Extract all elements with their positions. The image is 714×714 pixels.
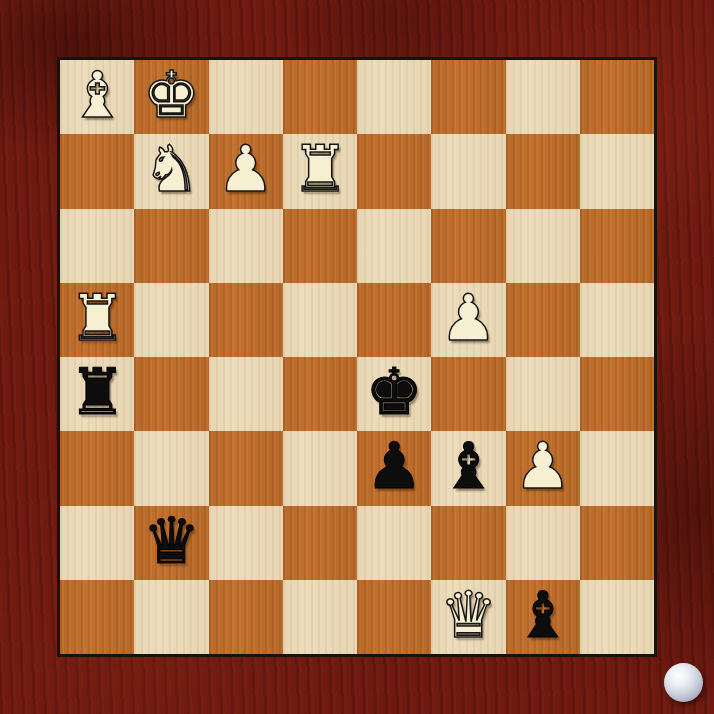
square-b8[interactable]: ♚	[134, 60, 208, 134]
white-bishop[interactable]: ♝	[68, 63, 125, 127]
square-a7[interactable]	[60, 134, 134, 208]
square-d1[interactable]	[283, 580, 357, 654]
black-rook[interactable]: ♜	[68, 360, 125, 424]
board-frame: ♝♚♞♟♜♜♟♜♚♟♝♟♛♛♝	[0, 0, 714, 714]
square-h8[interactable]	[580, 60, 654, 134]
square-e7[interactable]	[357, 134, 431, 208]
square-d5[interactable]	[283, 283, 357, 357]
square-e2[interactable]	[357, 506, 431, 580]
square-f8[interactable]	[431, 60, 505, 134]
square-b4[interactable]	[134, 357, 208, 431]
square-d7[interactable]: ♜	[283, 134, 357, 208]
black-pawn[interactable]: ♟	[365, 434, 422, 498]
square-f2[interactable]	[431, 506, 505, 580]
square-h2[interactable]	[580, 506, 654, 580]
square-h3[interactable]	[580, 431, 654, 505]
white-pawn[interactable]: ♟	[514, 434, 571, 498]
square-f4[interactable]	[431, 357, 505, 431]
white-pawn[interactable]: ♟	[440, 286, 497, 350]
square-b1[interactable]	[134, 580, 208, 654]
square-h5[interactable]	[580, 283, 654, 357]
square-d6[interactable]	[283, 209, 357, 283]
square-e4[interactable]: ♚	[357, 357, 431, 431]
square-c2[interactable]	[209, 506, 283, 580]
white-rook[interactable]: ♜	[291, 137, 348, 201]
square-d8[interactable]	[283, 60, 357, 134]
square-g4[interactable]	[506, 357, 580, 431]
square-a1[interactable]	[60, 580, 134, 654]
square-g5[interactable]	[506, 283, 580, 357]
square-b7[interactable]: ♞	[134, 134, 208, 208]
square-b6[interactable]	[134, 209, 208, 283]
square-b2[interactable]: ♛	[134, 506, 208, 580]
square-g6[interactable]	[506, 209, 580, 283]
white-king[interactable]: ♚	[143, 63, 200, 127]
white-rook[interactable]: ♜	[68, 286, 125, 350]
square-h7[interactable]	[580, 134, 654, 208]
square-f7[interactable]	[431, 134, 505, 208]
white-to-move-indicator	[664, 663, 703, 702]
square-e1[interactable]	[357, 580, 431, 654]
square-a5[interactable]: ♜	[60, 283, 134, 357]
square-e6[interactable]	[357, 209, 431, 283]
black-king[interactable]: ♚	[365, 360, 422, 424]
square-a8[interactable]: ♝	[60, 60, 134, 134]
square-h6[interactable]	[580, 209, 654, 283]
square-g1[interactable]: ♝	[506, 580, 580, 654]
square-g2[interactable]	[506, 506, 580, 580]
square-f3[interactable]: ♝	[431, 431, 505, 505]
square-a2[interactable]	[60, 506, 134, 580]
square-h1[interactable]	[580, 580, 654, 654]
square-c6[interactable]	[209, 209, 283, 283]
square-c3[interactable]	[209, 431, 283, 505]
square-a4[interactable]: ♜	[60, 357, 134, 431]
square-c4[interactable]	[209, 357, 283, 431]
square-c8[interactable]	[209, 60, 283, 134]
square-b3[interactable]	[134, 431, 208, 505]
square-e3[interactable]: ♟	[357, 431, 431, 505]
square-c5[interactable]	[209, 283, 283, 357]
white-queen[interactable]: ♛	[440, 583, 497, 647]
square-c1[interactable]	[209, 580, 283, 654]
square-d3[interactable]	[283, 431, 357, 505]
square-b5[interactable]	[134, 283, 208, 357]
square-g3[interactable]: ♟	[506, 431, 580, 505]
square-c7[interactable]: ♟	[209, 134, 283, 208]
square-e8[interactable]	[357, 60, 431, 134]
square-e5[interactable]	[357, 283, 431, 357]
black-queen[interactable]: ♛	[143, 509, 200, 573]
chess-board: ♝♚♞♟♜♜♟♜♚♟♝♟♛♛♝	[57, 57, 657, 657]
black-bishop[interactable]: ♝	[440, 434, 497, 498]
square-f6[interactable]	[431, 209, 505, 283]
square-d2[interactable]	[283, 506, 357, 580]
square-f5[interactable]: ♟	[431, 283, 505, 357]
white-knight[interactable]: ♞	[143, 137, 200, 201]
white-pawn[interactable]: ♟	[217, 137, 274, 201]
square-f1[interactable]: ♛	[431, 580, 505, 654]
square-g7[interactable]	[506, 134, 580, 208]
square-d4[interactable]	[283, 357, 357, 431]
square-a3[interactable]	[60, 431, 134, 505]
black-bishop[interactable]: ♝	[514, 583, 571, 647]
square-h4[interactable]	[580, 357, 654, 431]
square-g8[interactable]	[506, 60, 580, 134]
square-a6[interactable]	[60, 209, 134, 283]
